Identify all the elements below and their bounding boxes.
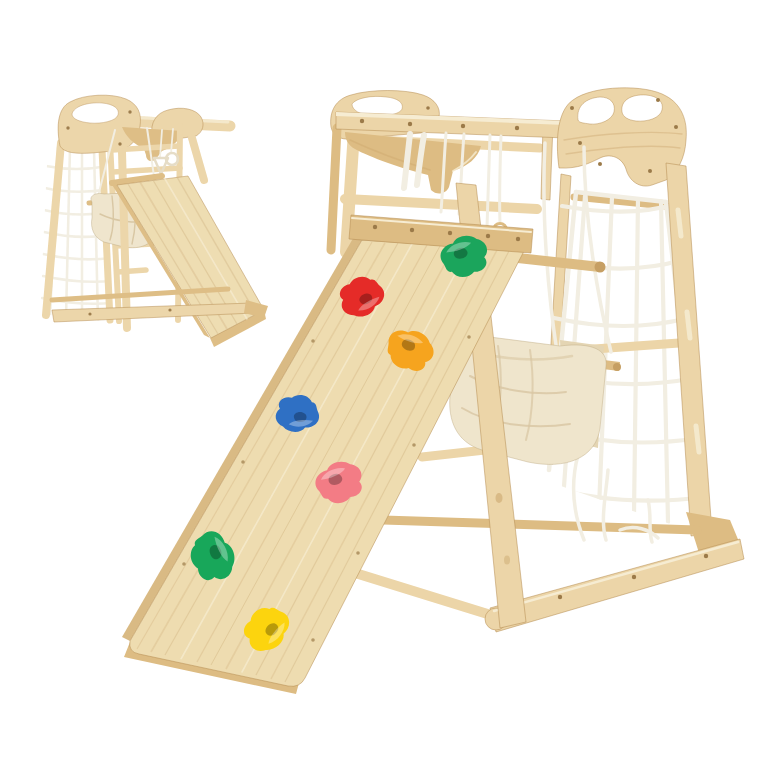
front-right-leg bbox=[666, 163, 712, 536]
left-leg-small bbox=[46, 143, 61, 315]
ramp-hook-dowel bbox=[518, 258, 600, 267]
headboard-cutout-right bbox=[622, 95, 663, 121]
play-gym-photo bbox=[0, 0, 768, 768]
background-structure bbox=[42, 95, 268, 347]
floor-rung-front bbox=[352, 572, 494, 616]
slide-small bbox=[111, 176, 266, 347]
left-post-rear bbox=[331, 128, 337, 250]
product-image bbox=[0, 0, 768, 768]
main-structure bbox=[122, 88, 744, 694]
right-leg-small bbox=[192, 138, 204, 180]
